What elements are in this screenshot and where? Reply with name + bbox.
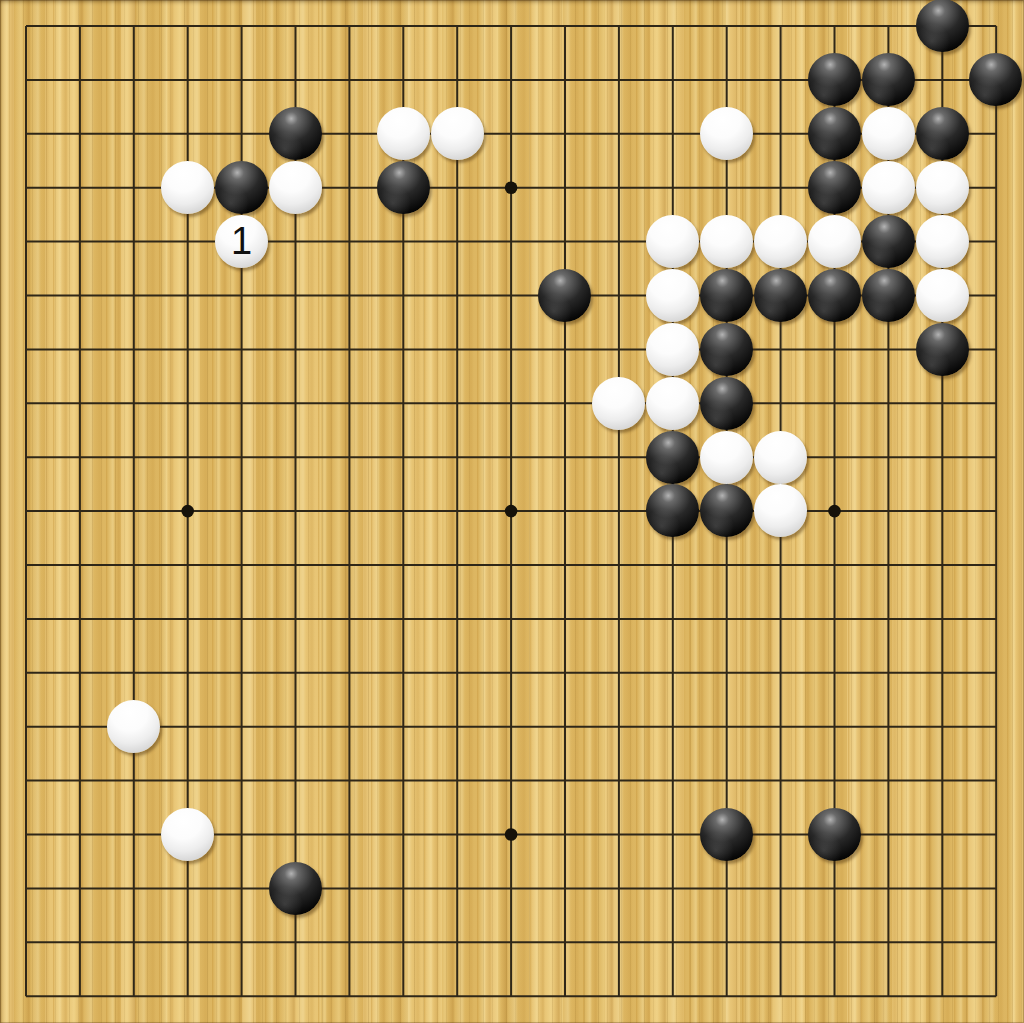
black-stone [862,215,915,268]
white-stone [646,215,699,268]
board-point [107,700,161,754]
white-stone [808,215,861,268]
board-point [807,215,861,269]
black-stone [808,107,861,160]
board-point [161,161,215,215]
black-stone [862,269,915,322]
white-stone [646,323,699,376]
white-stone [862,107,915,160]
black-stone [916,107,969,160]
white-stone [646,377,699,430]
board-point [915,322,969,376]
black-stone [862,53,915,106]
white-stone [161,161,214,214]
white-stone [700,431,753,484]
board-point [807,161,861,215]
stones-layer: 1 [0,0,1023,1023]
white-stone [916,269,969,322]
board-point [376,107,430,161]
board-point [700,268,754,322]
black-stone [646,484,699,537]
black-stone [808,161,861,214]
white-stone [161,808,214,861]
black-stone [646,431,699,484]
board-point [861,53,915,107]
black-stone [808,808,861,861]
board-point [700,376,754,430]
board-point [753,268,807,322]
white-stone [431,107,484,160]
black-stone [700,808,753,861]
black-stone [215,161,268,214]
black-stone [916,0,969,52]
board-point [915,268,969,322]
board-point [807,53,861,107]
board-point [646,268,700,322]
white-stone [862,161,915,214]
board-point [646,322,700,376]
white-stone [754,431,807,484]
board-point [753,484,807,538]
board-point [700,807,754,861]
board-point [861,107,915,161]
board-point [807,107,861,161]
board-point [915,161,969,215]
board-point [268,107,322,161]
board-point [753,215,807,269]
board-point [807,268,861,322]
black-stone [377,161,430,214]
white-stone [646,269,699,322]
black-stone [754,269,807,322]
board-point [268,861,322,915]
board-point: 1 [215,215,269,269]
black-stone [969,53,1022,106]
board-point [538,268,592,322]
board-point [700,484,754,538]
board-point [700,430,754,484]
white-stone [269,161,322,214]
white-stone [754,484,807,537]
black-stone [808,269,861,322]
board-point [376,161,430,215]
board-point [861,215,915,269]
board-point [700,215,754,269]
white-stone [107,700,160,753]
go-board[interactable]: 1 [0,0,1024,1023]
board-point [807,807,861,861]
board-point [646,215,700,269]
board-point [915,0,969,53]
board-point [915,107,969,161]
board-point [215,161,269,215]
board-point [430,107,484,161]
black-stone [700,377,753,430]
white-stone [916,161,969,214]
white-stone [592,377,645,430]
white-stone: 1 [215,215,268,268]
black-stone [538,269,591,322]
board-point [646,484,700,538]
board-point [268,161,322,215]
board-point [915,215,969,269]
board-point [700,107,754,161]
black-stone [269,107,322,160]
board-point [161,807,215,861]
white-stone [700,215,753,268]
black-stone [700,269,753,322]
board-point [861,161,915,215]
black-stone [269,862,322,915]
board-point [861,268,915,322]
black-stone [700,484,753,537]
white-stone [700,107,753,160]
black-stone [700,323,753,376]
white-stone [916,215,969,268]
black-stone [916,323,969,376]
white-stone [377,107,430,160]
board-point [646,430,700,484]
board-point [592,376,646,430]
black-stone [808,53,861,106]
move-number-label: 1 [231,222,252,260]
board-point [646,376,700,430]
white-stone [754,215,807,268]
board-point [753,430,807,484]
board-point [969,53,1023,107]
board-point [700,322,754,376]
